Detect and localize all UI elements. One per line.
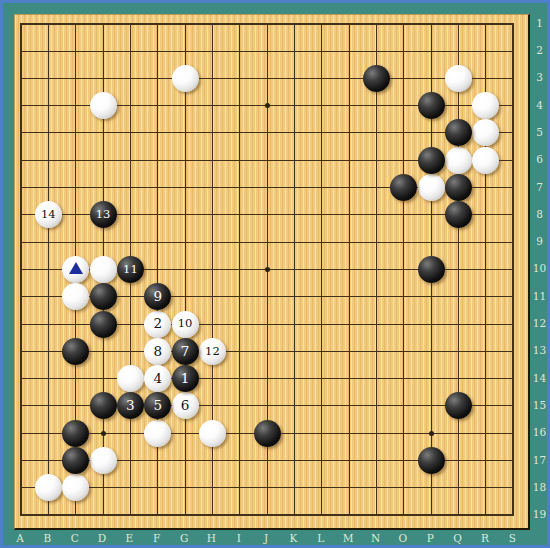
stone-white-D10 bbox=[90, 256, 117, 283]
stone-white-C11 bbox=[62, 283, 89, 310]
stone-white-F12: 2 bbox=[144, 311, 171, 338]
stone-black-O7 bbox=[390, 174, 417, 201]
col-label-E: E bbox=[121, 533, 137, 544]
move-number: 4 bbox=[153, 372, 162, 386]
stone-black-Q8 bbox=[445, 201, 472, 228]
row-label-19: 19 bbox=[530, 509, 549, 520]
row-label-17: 17 bbox=[530, 455, 549, 466]
col-label-P: P bbox=[422, 533, 438, 544]
stone-white-F14: 4 bbox=[144, 365, 171, 392]
move-number: 12 bbox=[205, 346, 220, 358]
star-point-J10 bbox=[265, 267, 270, 272]
triangle-marker bbox=[69, 262, 83, 274]
stone-black-Q15 bbox=[445, 392, 472, 419]
stone-white-C18 bbox=[62, 474, 89, 501]
stone-black-E10: 11 bbox=[117, 256, 144, 283]
go-board[interactable]: 1421081246131197135 bbox=[14, 14, 530, 530]
stone-white-G3 bbox=[172, 65, 199, 92]
stone-white-R5 bbox=[472, 119, 499, 146]
stone-white-C10 bbox=[62, 256, 89, 283]
stone-white-B8: 14 bbox=[35, 201, 62, 228]
row-label-7: 7 bbox=[530, 182, 549, 193]
grid-line-vertical bbox=[512, 23, 514, 516]
stone-black-J16 bbox=[254, 420, 281, 447]
row-label-13: 13 bbox=[530, 345, 549, 356]
grid-line-vertical bbox=[458, 23, 459, 516]
stone-black-D8: 13 bbox=[90, 201, 117, 228]
stone-black-D12 bbox=[90, 311, 117, 338]
col-label-S: S bbox=[504, 533, 520, 544]
stone-black-D15 bbox=[90, 392, 117, 419]
row-label-11: 11 bbox=[530, 291, 549, 302]
col-label-M: M bbox=[340, 533, 356, 544]
stone-white-R4 bbox=[472, 92, 499, 119]
move-number: 11 bbox=[123, 264, 138, 276]
col-label-R: R bbox=[477, 533, 493, 544]
col-label-F: F bbox=[149, 533, 165, 544]
stone-black-P6 bbox=[418, 147, 445, 174]
stone-black-P17 bbox=[418, 447, 445, 474]
col-label-G: G bbox=[176, 533, 192, 544]
col-label-O: O bbox=[395, 533, 411, 544]
col-label-I: I bbox=[231, 533, 247, 544]
row-label-14: 14 bbox=[530, 373, 549, 384]
stone-black-N3 bbox=[363, 65, 390, 92]
row-label-3: 3 bbox=[530, 72, 549, 83]
stone-white-H13: 12 bbox=[199, 338, 226, 365]
row-label-1: 1 bbox=[530, 18, 549, 29]
col-label-J: J bbox=[258, 533, 274, 544]
col-label-A: A bbox=[12, 533, 28, 544]
star-point-D16 bbox=[101, 431, 106, 436]
row-label-10: 10 bbox=[530, 263, 549, 274]
row-label-15: 15 bbox=[530, 400, 549, 411]
col-label-K: K bbox=[286, 533, 302, 544]
row-label-16: 16 bbox=[530, 427, 549, 438]
stone-white-G12: 10 bbox=[172, 311, 199, 338]
move-number: 8 bbox=[153, 345, 162, 359]
star-point-J4 bbox=[265, 103, 270, 108]
move-number: 9 bbox=[153, 290, 162, 304]
grid-line-horizontal bbox=[20, 351, 514, 352]
stone-black-C13 bbox=[62, 338, 89, 365]
stone-white-F13: 8 bbox=[144, 338, 171, 365]
stone-white-G15: 6 bbox=[172, 392, 199, 419]
row-label-2: 2 bbox=[530, 45, 549, 56]
row-label-6: 6 bbox=[530, 154, 549, 165]
stone-white-E14 bbox=[117, 365, 144, 392]
move-number: 7 bbox=[181, 345, 190, 359]
stone-black-P4 bbox=[418, 92, 445, 119]
stone-black-G14: 1 bbox=[172, 365, 199, 392]
grid-line-vertical bbox=[294, 23, 295, 516]
grid-line-vertical bbox=[349, 23, 350, 516]
row-label-4: 4 bbox=[530, 100, 549, 111]
star-point-P16 bbox=[429, 431, 434, 436]
col-label-C: C bbox=[67, 533, 83, 544]
stone-white-H16 bbox=[199, 420, 226, 447]
grid-line-horizontal bbox=[20, 514, 514, 516]
row-label-18: 18 bbox=[530, 482, 549, 493]
col-label-B: B bbox=[39, 533, 55, 544]
move-number: 14 bbox=[41, 209, 56, 221]
move-number: 3 bbox=[126, 399, 135, 413]
stone-black-Q5 bbox=[445, 119, 472, 146]
stone-black-G13: 7 bbox=[172, 338, 199, 365]
stone-white-D4 bbox=[90, 92, 117, 119]
stone-black-D11 bbox=[90, 283, 117, 310]
row-label-5: 5 bbox=[530, 127, 549, 138]
stone-white-Q3 bbox=[445, 65, 472, 92]
grid-line-horizontal bbox=[20, 378, 514, 379]
grid-line-vertical bbox=[403, 23, 404, 516]
col-label-Q: Q bbox=[450, 533, 466, 544]
stone-white-B18 bbox=[35, 474, 62, 501]
stone-black-P10 bbox=[418, 256, 445, 283]
move-number: 10 bbox=[178, 318, 193, 330]
col-label-N: N bbox=[368, 533, 384, 544]
stone-black-Q7 bbox=[445, 174, 472, 201]
stone-black-E15: 3 bbox=[117, 392, 144, 419]
go-board-frame: 1421081246131197135 ABCDEFGHIJKLMNOPQRS1… bbox=[0, 0, 550, 548]
stone-white-F16 bbox=[144, 420, 171, 447]
row-label-12: 12 bbox=[530, 318, 549, 329]
move-number: 6 bbox=[181, 399, 190, 413]
stone-white-Q6 bbox=[445, 147, 472, 174]
move-number: 2 bbox=[153, 317, 162, 331]
move-number: 1 bbox=[181, 372, 190, 386]
stone-black-F11: 9 bbox=[144, 283, 171, 310]
move-number: 13 bbox=[96, 209, 111, 221]
row-label-8: 8 bbox=[530, 209, 549, 220]
move-number: 5 bbox=[153, 399, 162, 413]
stone-black-C17 bbox=[62, 447, 89, 474]
col-label-D: D bbox=[94, 533, 110, 544]
stone-black-F15: 5 bbox=[144, 392, 171, 419]
grid-line-vertical bbox=[321, 23, 322, 516]
row-label-9: 9 bbox=[530, 236, 549, 247]
grid-line-horizontal bbox=[20, 487, 514, 488]
stone-white-P7 bbox=[418, 174, 445, 201]
grid-line-vertical bbox=[376, 23, 377, 516]
stone-white-D17 bbox=[90, 447, 117, 474]
col-label-H: H bbox=[203, 533, 219, 544]
col-label-L: L bbox=[313, 533, 329, 544]
stone-black-C16 bbox=[62, 420, 89, 447]
stone-white-R6 bbox=[472, 147, 499, 174]
